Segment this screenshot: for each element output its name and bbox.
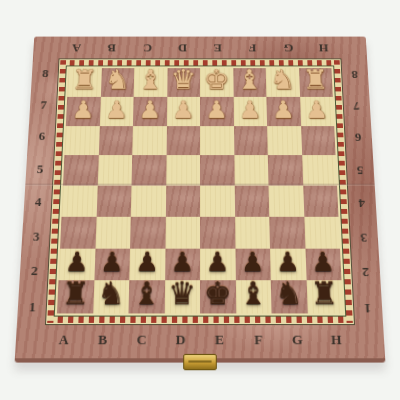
- square-b7[interactable]: ♟: [99, 97, 133, 126]
- file-label-c: C: [122, 328, 161, 352]
- square-d1[interactable]: ♛: [164, 280, 200, 313]
- square-b5[interactable]: [97, 155, 132, 185]
- piece-light-bishop[interactable]: ♝: [137, 66, 163, 93]
- square-c6[interactable]: [132, 126, 166, 156]
- piece-light-rook[interactable]: ♜: [302, 66, 329, 93]
- square-g1[interactable]: ♞: [271, 280, 308, 313]
- piece-dark-pawn[interactable]: ♟: [311, 249, 336, 275]
- inlay-border-bottom: [47, 317, 353, 323]
- piece-light-knight[interactable]: ♞: [269, 66, 296, 93]
- square-c8[interactable]: ♝: [134, 68, 168, 96]
- piece-light-pawn[interactable]: ♟: [71, 97, 95, 121]
- square-b3[interactable]: [95, 217, 131, 249]
- rank-label-3: 3: [352, 219, 376, 253]
- square-c3[interactable]: [130, 217, 165, 249]
- file-label-b: B: [83, 328, 123, 352]
- square-g4[interactable]: [268, 186, 303, 217]
- square-b1[interactable]: ♞: [93, 280, 130, 313]
- piece-dark-queen[interactable]: ♛: [168, 278, 196, 309]
- file-label-e: E: [200, 328, 239, 352]
- chess-set-photo: ABCDEFGH ABCDEFGH 87654321 87654321 ♜♞♝♛…: [0, 0, 400, 400]
- square-d5[interactable]: [166, 155, 200, 185]
- rank-label-5: 5: [28, 153, 52, 186]
- rank-label-8: 8: [34, 58, 57, 89]
- piece-light-pawn[interactable]: ♟: [172, 97, 195, 121]
- piece-dark-knight[interactable]: ♞: [275, 278, 304, 309]
- file-label-g: G: [270, 38, 306, 57]
- square-g8[interactable]: ♞: [266, 68, 300, 96]
- piece-light-rook[interactable]: ♜: [71, 66, 98, 93]
- piece-dark-bishop[interactable]: ♝: [239, 278, 267, 309]
- file-label-c: C: [129, 38, 165, 57]
- square-f6[interactable]: [234, 126, 268, 156]
- piece-light-knight[interactable]: ♞: [104, 66, 131, 93]
- square-g3[interactable]: [269, 217, 305, 249]
- square-d4[interactable]: [165, 186, 200, 217]
- square-c1[interactable]: ♝: [128, 280, 164, 313]
- square-a3[interactable]: [60, 217, 96, 249]
- square-e1[interactable]: ♚: [200, 280, 236, 313]
- piece-light-king[interactable]: ♚: [204, 66, 230, 93]
- square-c5[interactable]: [132, 155, 167, 185]
- piece-light-pawn[interactable]: ♟: [205, 97, 228, 121]
- piece-light-pawn[interactable]: ♟: [138, 97, 161, 121]
- square-b8[interactable]: ♞: [100, 68, 134, 96]
- piece-dark-pawn[interactable]: ♟: [206, 249, 230, 275]
- file-label-e: E: [200, 38, 235, 57]
- file-labels-top: ABCDEFGH: [59, 38, 342, 57]
- square-h7[interactable]: ♟: [300, 97, 335, 126]
- piece-light-pawn[interactable]: ♟: [305, 97, 329, 121]
- piece-dark-bishop[interactable]: ♝: [133, 278, 161, 309]
- file-label-h: H: [316, 328, 356, 352]
- square-c4[interactable]: [131, 186, 166, 217]
- square-d3[interactable]: [165, 217, 200, 249]
- square-c7[interactable]: ♟: [133, 97, 167, 126]
- file-label-g: G: [278, 328, 318, 352]
- rank-label-4: 4: [26, 186, 50, 220]
- square-e4[interactable]: [200, 186, 235, 217]
- piece-light-pawn[interactable]: ♟: [105, 97, 128, 121]
- piece-dark-pawn[interactable]: ♟: [135, 249, 159, 275]
- rank-label-3: 3: [24, 219, 48, 253]
- rank-label-1: 1: [355, 289, 380, 325]
- square-h8[interactable]: ♜: [299, 68, 333, 96]
- square-f7[interactable]: ♟: [233, 97, 267, 126]
- piece-light-pawn[interactable]: ♟: [272, 97, 295, 121]
- square-a7[interactable]: ♟: [66, 97, 101, 126]
- square-d8[interactable]: ♛: [167, 68, 200, 96]
- piece-dark-pawn[interactable]: ♟: [276, 249, 301, 275]
- file-label-d: D: [165, 38, 200, 57]
- square-e5[interactable]: [200, 155, 234, 185]
- file-label-f: F: [235, 38, 271, 57]
- piece-dark-pawn[interactable]: ♟: [100, 249, 125, 275]
- piece-dark-pawn[interactable]: ♟: [64, 249, 89, 275]
- square-h1[interactable]: ♜: [306, 280, 343, 313]
- piece-light-pawn[interactable]: ♟: [239, 97, 262, 121]
- square-a8[interactable]: ♜: [67, 68, 101, 96]
- rank-label-7: 7: [345, 89, 368, 120]
- square-e8[interactable]: ♚: [200, 68, 233, 96]
- rank-label-5: 5: [348, 153, 372, 186]
- square-g6[interactable]: [267, 126, 302, 156]
- square-f4[interactable]: [234, 186, 269, 217]
- square-b6[interactable]: [98, 126, 133, 156]
- piece-dark-pawn[interactable]: ♟: [170, 249, 194, 275]
- piece-dark-king[interactable]: ♚: [204, 278, 232, 309]
- rank-label-8: 8: [343, 58, 366, 89]
- rank-label-7: 7: [32, 89, 55, 120]
- square-a5[interactable]: [63, 155, 98, 185]
- rank-label-2: 2: [353, 254, 377, 289]
- square-a6[interactable]: [64, 126, 99, 156]
- playing-field: ♜♞♝♛♚♝♞♜♟♟♟♟♟♟♟♟♟♟♟♟♟♟♟♟♜♞♝♛♚♝♞♜: [45, 58, 355, 325]
- square-e7[interactable]: ♟: [200, 97, 234, 126]
- square-h3[interactable]: [304, 217, 340, 249]
- rank-label-6: 6: [347, 121, 370, 153]
- rank-label-4: 4: [350, 186, 374, 220]
- square-h5[interactable]: [302, 155, 337, 185]
- inlay-border-top: [60, 60, 340, 65]
- rank-label-1: 1: [20, 289, 45, 325]
- square-b4[interactable]: [96, 186, 131, 217]
- square-d7[interactable]: ♟: [166, 97, 200, 126]
- rank-label-6: 6: [30, 121, 53, 153]
- square-d6[interactable]: [166, 126, 200, 156]
- square-f1[interactable]: ♝: [235, 280, 271, 313]
- folding-chess-board: ABCDEFGH ABCDEFGH 87654321 87654321 ♜♞♝♛…: [15, 37, 386, 363]
- square-h4[interactable]: [303, 186, 339, 217]
- square-f3[interactable]: [235, 217, 270, 249]
- file-label-h: H: [305, 38, 341, 57]
- piece-light-bishop[interactable]: ♝: [236, 66, 262, 93]
- wooden-frame: ABCDEFGH ABCDEFGH 87654321 87654321 ♜♞♝♛…: [15, 37, 386, 363]
- square-h6[interactable]: [301, 126, 336, 156]
- rank-label-2: 2: [22, 254, 46, 289]
- chess-grid: ♜♞♝♛♚♝♞♜♟♟♟♟♟♟♟♟♟♟♟♟♟♟♟♟♜♞♝♛♚♝♞♜: [57, 68, 343, 313]
- square-e3[interactable]: [200, 217, 235, 249]
- piece-dark-rook[interactable]: ♜: [310, 278, 339, 309]
- file-labels-bottom: ABCDEFGH: [44, 328, 357, 352]
- piece-dark-rook[interactable]: ♜: [61, 278, 90, 309]
- square-f8[interactable]: ♝: [233, 68, 267, 96]
- square-e6[interactable]: [200, 126, 234, 156]
- file-label-b: B: [94, 38, 130, 57]
- brass-clasp[interactable]: [183, 354, 217, 370]
- piece-dark-knight[interactable]: ♞: [97, 278, 126, 309]
- file-label-d: D: [161, 328, 200, 352]
- square-a4[interactable]: [62, 186, 98, 217]
- file-label-f: F: [239, 328, 278, 352]
- square-g5[interactable]: [268, 155, 303, 185]
- piece-dark-pawn[interactable]: ♟: [241, 249, 265, 275]
- square-a1[interactable]: ♜: [57, 280, 94, 313]
- file-label-a: A: [59, 38, 95, 57]
- file-label-a: A: [44, 328, 84, 352]
- square-g7[interactable]: ♟: [266, 97, 300, 126]
- piece-light-queen[interactable]: ♛: [170, 66, 196, 93]
- square-f5[interactable]: [234, 155, 269, 185]
